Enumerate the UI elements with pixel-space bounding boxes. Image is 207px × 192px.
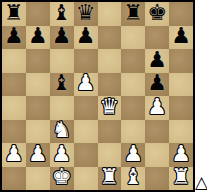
white-pawn[interactable]: ♟ — [76, 73, 96, 95]
square-c8[interactable]: ♝ — [50, 2, 74, 26]
right-margin: △ — [195, 0, 207, 192]
square-h1[interactable]: ♜ — [169, 167, 193, 191]
square-c2[interactable]: ♟ — [50, 143, 74, 167]
square-h2[interactable]: ♟ — [169, 143, 193, 167]
white-pawn[interactable]: ♟ — [123, 143, 143, 165]
square-e4[interactable]: ♛ — [98, 96, 122, 120]
chess-diagram: ♜♝♛♜♚♟♟♟♟♟♟♝♟♟♛♟♞♟♟♟♟♟♚♜♝♜ △ — [0, 0, 207, 192]
square-b6[interactable] — [26, 49, 50, 73]
square-f7[interactable] — [121, 26, 145, 50]
square-a5[interactable] — [2, 73, 26, 97]
white-pawn[interactable]: ♟ — [147, 96, 167, 118]
square-c7[interactable]: ♟ — [50, 26, 74, 50]
square-g6[interactable]: ♟ — [145, 49, 169, 73]
square-b1[interactable] — [26, 167, 50, 191]
square-h8[interactable] — [169, 2, 193, 26]
square-b7[interactable]: ♟ — [26, 26, 50, 50]
square-b8[interactable] — [26, 2, 50, 26]
square-e7[interactable] — [98, 26, 122, 50]
square-d7[interactable]: ♟ — [74, 26, 98, 50]
square-d6[interactable] — [74, 49, 98, 73]
square-g2[interactable] — [145, 143, 169, 167]
square-a7[interactable]: ♟ — [2, 26, 26, 50]
square-c1[interactable]: ♚ — [50, 167, 74, 191]
square-d5[interactable]: ♟ — [74, 73, 98, 97]
square-f1[interactable]: ♝ — [121, 167, 145, 191]
square-b2[interactable]: ♟ — [26, 143, 50, 167]
square-f5[interactable] — [121, 73, 145, 97]
black-pawn[interactable]: ♟ — [147, 73, 167, 95]
white-pawn[interactable]: ♟ — [4, 143, 24, 165]
square-a8[interactable]: ♜ — [2, 2, 26, 26]
white-knight[interactable]: ♞ — [52, 120, 72, 142]
square-h4[interactable] — [169, 96, 193, 120]
square-c5[interactable]: ♝ — [50, 73, 74, 97]
square-a2[interactable]: ♟ — [2, 143, 26, 167]
square-h5[interactable] — [169, 73, 193, 97]
square-c4[interactable] — [50, 96, 74, 120]
square-a4[interactable] — [2, 96, 26, 120]
square-d4[interactable] — [74, 96, 98, 120]
square-g5[interactable]: ♟ — [145, 73, 169, 97]
square-f4[interactable] — [121, 96, 145, 120]
square-g7[interactable] — [145, 26, 169, 50]
square-d3[interactable] — [74, 120, 98, 144]
black-rook[interactable]: ♜ — [4, 2, 24, 24]
square-d2[interactable] — [74, 143, 98, 167]
square-e8[interactable] — [98, 2, 122, 26]
square-d8[interactable]: ♛ — [74, 2, 98, 26]
black-pawn[interactable]: ♟ — [4, 26, 24, 48]
white-to-move-indicator: △ — [195, 172, 207, 192]
square-a3[interactable] — [2, 120, 26, 144]
square-h7[interactable]: ♟ — [169, 26, 193, 50]
square-g4[interactable]: ♟ — [145, 96, 169, 120]
square-e5[interactable] — [98, 73, 122, 97]
square-b5[interactable] — [26, 73, 50, 97]
square-c3[interactable]: ♞ — [50, 120, 74, 144]
white-pawn[interactable]: ♟ — [171, 143, 191, 165]
square-b4[interactable] — [26, 96, 50, 120]
white-king[interactable]: ♚ — [52, 167, 72, 189]
square-g8[interactable]: ♚ — [145, 2, 169, 26]
black-pawn[interactable]: ♟ — [52, 26, 72, 48]
square-e6[interactable] — [98, 49, 122, 73]
black-pawn[interactable]: ♟ — [171, 26, 191, 48]
black-rook[interactable]: ♜ — [123, 2, 143, 24]
black-pawn[interactable]: ♟ — [147, 49, 167, 71]
square-f6[interactable] — [121, 49, 145, 73]
square-h3[interactable] — [169, 120, 193, 144]
black-bishop[interactable]: ♝ — [52, 73, 72, 95]
square-f8[interactable]: ♜ — [121, 2, 145, 26]
white-rook[interactable]: ♜ — [171, 167, 191, 189]
black-king[interactable]: ♚ — [147, 2, 167, 24]
white-queen[interactable]: ♛ — [100, 96, 120, 118]
square-a6[interactable] — [2, 49, 26, 73]
square-g3[interactable] — [145, 120, 169, 144]
square-a1[interactable] — [2, 167, 26, 191]
black-queen[interactable]: ♛ — [76, 2, 96, 24]
square-d1[interactable] — [74, 167, 98, 191]
chess-board: ♜♝♛♜♚♟♟♟♟♟♟♝♟♟♛♟♞♟♟♟♟♟♚♜♝♜ — [0, 0, 195, 192]
square-b3[interactable] — [26, 120, 50, 144]
square-e1[interactable]: ♜ — [98, 167, 122, 191]
square-f3[interactable] — [121, 120, 145, 144]
black-pawn[interactable]: ♟ — [28, 26, 48, 48]
square-g1[interactable] — [145, 167, 169, 191]
white-pawn[interactable]: ♟ — [28, 143, 48, 165]
white-pawn[interactable]: ♟ — [52, 143, 72, 165]
square-e2[interactable] — [98, 143, 122, 167]
white-rook[interactable]: ♜ — [100, 167, 120, 189]
square-c6[interactable] — [50, 49, 74, 73]
square-e3[interactable] — [98, 120, 122, 144]
black-pawn[interactable]: ♟ — [76, 26, 96, 48]
square-f2[interactable]: ♟ — [121, 143, 145, 167]
square-h6[interactable] — [169, 49, 193, 73]
black-bishop[interactable]: ♝ — [52, 2, 72, 24]
white-bishop[interactable]: ♝ — [123, 167, 143, 189]
